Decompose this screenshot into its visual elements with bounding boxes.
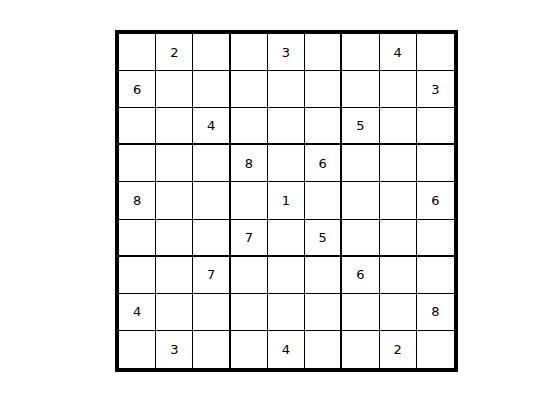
sudoku-cell-r6c5[interactable]	[268, 220, 305, 257]
sudoku-cell-r8c2[interactable]	[156, 294, 193, 331]
sudoku-cell-r3c5[interactable]	[268, 108, 305, 145]
given-digit: 3	[431, 83, 439, 96]
sudoku-cell-r9c2[interactable]: 3	[156, 331, 193, 368]
given-digit: 6	[431, 194, 439, 207]
sudoku-cell-r9c5[interactable]: 4	[268, 331, 305, 368]
sudoku-cell-r3c2[interactable]	[156, 108, 193, 145]
given-digit: 8	[431, 305, 439, 318]
sudoku-cell-r5c6[interactable]	[305, 182, 342, 219]
sudoku-cell-r3c1[interactable]	[119, 108, 156, 145]
sudoku-cell-r5c8[interactable]	[380, 182, 417, 219]
sudoku-cell-r7c5[interactable]	[268, 257, 305, 294]
sudoku-cell-r6c9[interactable]	[417, 220, 454, 257]
sudoku-cell-r8c7[interactable]	[342, 294, 379, 331]
sudoku-cell-r2c2[interactable]	[156, 71, 193, 108]
sudoku-cell-r1c7[interactable]	[342, 34, 379, 71]
sudoku-cell-r5c7[interactable]	[342, 182, 379, 219]
sudoku-cell-r8c4[interactable]	[231, 294, 268, 331]
given-digit: 3	[282, 46, 290, 59]
given-digit: 6	[356, 268, 364, 281]
given-digit: 4	[207, 119, 215, 132]
sudoku-cell-r2c6[interactable]	[305, 71, 342, 108]
sudoku-cell-r5c4[interactable]	[231, 182, 268, 219]
sudoku-cell-r8c3[interactable]	[193, 294, 230, 331]
sudoku-cell-r6c1[interactable]	[119, 220, 156, 257]
sudoku-cell-r2c3[interactable]	[193, 71, 230, 108]
sudoku-cell-r5c2[interactable]	[156, 182, 193, 219]
sudoku-cell-r7c2[interactable]	[156, 257, 193, 294]
given-digit: 2	[394, 343, 402, 356]
given-digit: 2	[170, 46, 178, 59]
sudoku-cell-r9c4[interactable]	[231, 331, 268, 368]
sudoku-cell-r6c8[interactable]	[380, 220, 417, 257]
sudoku-cell-r4c7[interactable]	[342, 145, 379, 182]
sudoku-cell-r5c9[interactable]: 6	[417, 182, 454, 219]
sudoku-cell-r7c8[interactable]	[380, 257, 417, 294]
sudoku-cell-r6c4[interactable]: 7	[231, 220, 268, 257]
sudoku-cell-r3c6[interactable]	[305, 108, 342, 145]
sudoku-cell-r6c3[interactable]	[193, 220, 230, 257]
sudoku-cell-r8c1[interactable]: 4	[119, 294, 156, 331]
sudoku-cell-r7c7[interactable]: 6	[342, 257, 379, 294]
sudoku-cell-r4c2[interactable]	[156, 145, 193, 182]
given-digit: 8	[133, 194, 141, 207]
sudoku-cell-r2c5[interactable]	[268, 71, 305, 108]
sudoku-cell-r2c9[interactable]: 3	[417, 71, 454, 108]
sudoku-cell-r7c6[interactable]	[305, 257, 342, 294]
given-digit: 5	[319, 231, 327, 244]
sudoku-cell-r9c1[interactable]	[119, 331, 156, 368]
given-digit: 7	[245, 231, 253, 244]
sudoku-cell-r1c3[interactable]	[193, 34, 230, 71]
sudoku-cell-r4c6[interactable]: 6	[305, 145, 342, 182]
sudoku-cell-r4c5[interactable]	[268, 145, 305, 182]
sudoku-cell-r2c7[interactable]	[342, 71, 379, 108]
sudoku-cell-r9c9[interactable]	[417, 331, 454, 368]
sudoku-cell-r5c1[interactable]: 8	[119, 182, 156, 219]
given-digit: 4	[394, 46, 402, 59]
sudoku-cell-r1c8[interactable]: 4	[380, 34, 417, 71]
sudoku-cell-r3c4[interactable]	[231, 108, 268, 145]
sudoku-cell-r3c7[interactable]: 5	[342, 108, 379, 145]
sudoku-cell-r5c5[interactable]: 1	[268, 182, 305, 219]
sudoku-cell-r1c2[interactable]: 2	[156, 34, 193, 71]
given-digit: 5	[356, 119, 364, 132]
sudoku-cell-r9c6[interactable]	[305, 331, 342, 368]
given-digit: 7	[207, 268, 215, 281]
sudoku-cell-r1c5[interactable]: 3	[268, 34, 305, 71]
sudoku-cell-r7c3[interactable]: 7	[193, 257, 230, 294]
given-digit: 4	[282, 343, 290, 356]
sudoku-cell-r4c9[interactable]	[417, 145, 454, 182]
sudoku-cell-r9c3[interactable]	[193, 331, 230, 368]
sudoku-board: 234634586816757648342	[115, 30, 458, 372]
sudoku-cell-r7c4[interactable]	[231, 257, 268, 294]
sudoku-cell-r9c7[interactable]	[342, 331, 379, 368]
sudoku-cell-r1c4[interactable]	[231, 34, 268, 71]
sudoku-cell-r7c9[interactable]	[417, 257, 454, 294]
sudoku-cell-r8c5[interactable]	[268, 294, 305, 331]
sudoku-cell-r4c8[interactable]	[380, 145, 417, 182]
sudoku-cell-r5c3[interactable]	[193, 182, 230, 219]
sudoku-cell-r8c8[interactable]	[380, 294, 417, 331]
sudoku-cell-r4c4[interactable]: 8	[231, 145, 268, 182]
sudoku-cell-r1c6[interactable]	[305, 34, 342, 71]
sudoku-cell-r3c3[interactable]: 4	[193, 108, 230, 145]
sudoku-cell-r9c8[interactable]: 2	[380, 331, 417, 368]
sudoku-cell-r1c1[interactable]	[119, 34, 156, 71]
sudoku-cell-r4c1[interactable]	[119, 145, 156, 182]
given-digit: 6	[133, 83, 141, 96]
sudoku-cell-r6c6[interactable]: 5	[305, 220, 342, 257]
sudoku-cell-r6c2[interactable]	[156, 220, 193, 257]
sudoku-cell-r2c1[interactable]: 6	[119, 71, 156, 108]
given-digit: 6	[319, 157, 327, 170]
sudoku-cell-r1c9[interactable]	[417, 34, 454, 71]
page: 234634586816757648342	[0, 0, 560, 420]
sudoku-cell-r2c4[interactable]	[231, 71, 268, 108]
sudoku-cell-r3c9[interactable]	[417, 108, 454, 145]
given-digit: 3	[170, 343, 178, 356]
sudoku-cell-r7c1[interactable]	[119, 257, 156, 294]
given-digit: 4	[133, 305, 141, 318]
sudoku-cell-r2c8[interactable]	[380, 71, 417, 108]
given-digit: 8	[245, 157, 253, 170]
sudoku-cell-r8c6[interactable]	[305, 294, 342, 331]
sudoku-cell-r4c3[interactable]	[193, 145, 230, 182]
sudoku-cell-r6c7[interactable]	[342, 220, 379, 257]
given-digit: 1	[282, 194, 290, 207]
sudoku-cell-r8c9[interactable]: 8	[417, 294, 454, 331]
sudoku-cell-r3c8[interactable]	[380, 108, 417, 145]
